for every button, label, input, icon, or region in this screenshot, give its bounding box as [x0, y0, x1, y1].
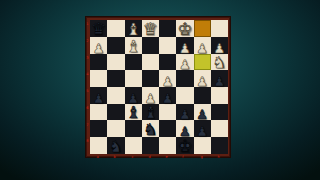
square-a5[interactable]: ♟ [90, 87, 107, 104]
square-a2[interactable]: ♟ [90, 37, 107, 54]
black-pawn-f6[interactable]: ♟ [179, 108, 191, 121]
rank-label-8: 8 [86, 139, 89, 143]
black-bishop-c6[interactable]: ♝ [126, 105, 140, 121]
square-g8[interactable] [194, 137, 211, 154]
black-knight-d7[interactable]: ♞ [143, 122, 157, 138]
square-d2[interactable] [142, 37, 159, 54]
board-grid: ♛♝♛♚♟♝♟♟♟♟♞♟♟♟♟♟♟♟♝♝♟♟♞♟♟♞♚ [90, 20, 228, 154]
rank-label-2: 2 [86, 38, 89, 42]
file-label-c: c [131, 155, 133, 158]
square-a4[interactable] [90, 70, 107, 87]
square-a1[interactable]: ♛ [90, 20, 107, 37]
square-d8[interactable] [142, 137, 159, 154]
square-b5[interactable] [107, 87, 124, 104]
file-label-b: b [114, 155, 116, 158]
file-label-g: g [200, 155, 202, 158]
square-a6[interactable] [90, 104, 107, 121]
square-h6[interactable] [211, 104, 228, 121]
black-pawn-g6[interactable]: ♟ [196, 108, 208, 121]
square-c3[interactable] [125, 54, 142, 71]
square-g4[interactable]: ♟ [194, 70, 211, 87]
square-h1[interactable] [211, 20, 228, 37]
black-pawn-h4[interactable]: ♟ [214, 75, 226, 88]
black-pawn-a5[interactable]: ♟ [93, 92, 105, 105]
square-c7[interactable] [125, 120, 142, 137]
black-pawn-e5[interactable]: ♟ [162, 92, 174, 105]
square-a3[interactable] [90, 54, 107, 71]
square-e1[interactable] [159, 20, 176, 37]
white-bishop-c2[interactable]: ♝ [126, 39, 140, 55]
black-bishop-d6[interactable]: ♝ [143, 105, 157, 121]
square-b1[interactable] [107, 20, 124, 37]
rank-label-7: 7 [86, 122, 89, 126]
square-f6[interactable]: ♟ [176, 104, 193, 121]
square-g1-last-move-from[interactable] [194, 20, 211, 37]
square-c1[interactable]: ♝ [125, 20, 142, 37]
square-b3[interactable] [107, 54, 124, 71]
square-g7[interactable]: ♟ [194, 120, 211, 137]
square-c2[interactable]: ♝ [125, 37, 142, 54]
square-e6[interactable] [159, 104, 176, 121]
white-pawn-f3[interactable]: ♟ [179, 58, 191, 71]
square-h7[interactable] [211, 120, 228, 137]
square-f1[interactable]: ♚ [176, 20, 193, 37]
rank-label-3: 3 [86, 55, 89, 59]
square-f5[interactable] [176, 87, 193, 104]
square-f8[interactable]: ♚ [176, 137, 193, 154]
rank-label-4: 4 [86, 72, 89, 76]
white-pawn-e4[interactable]: ♟ [162, 75, 174, 88]
square-c4[interactable] [125, 70, 142, 87]
square-f4[interactable] [176, 70, 193, 87]
square-b7[interactable] [107, 120, 124, 137]
square-h4[interactable]: ♟ [211, 70, 228, 87]
square-h5[interactable] [211, 87, 228, 104]
square-g6[interactable]: ♟ [194, 104, 211, 121]
black-king-f8[interactable]: ♚ [177, 138, 192, 155]
rank-label-5: 5 [86, 89, 89, 93]
square-h8[interactable] [211, 137, 228, 154]
white-pawn-a2[interactable]: ♟ [93, 42, 105, 55]
chess-board: ♛♝♛♚♟♝♟♟♟♟♞♟♟♟♟♟♟♟♝♝♟♟♞♟♟♞♚ 12345678abcd… [86, 17, 230, 157]
square-d6[interactable]: ♝ [142, 104, 159, 121]
square-e4[interactable]: ♟ [159, 70, 176, 87]
square-e3[interactable] [159, 54, 176, 71]
square-e2[interactable] [159, 37, 176, 54]
file-label-h: h [217, 155, 219, 158]
black-pawn-g7[interactable]: ♟ [196, 125, 208, 138]
rank-label-6: 6 [86, 105, 89, 109]
square-b4[interactable] [107, 70, 124, 87]
white-pawn-g4[interactable]: ♟ [196, 75, 208, 88]
square-c8[interactable] [125, 137, 142, 154]
white-knight-h3[interactable]: ♞ [212, 55, 226, 71]
square-e8[interactable] [159, 137, 176, 154]
square-b2[interactable] [107, 37, 124, 54]
white-pawn-g2[interactable]: ♟ [196, 42, 208, 55]
square-a7[interactable] [90, 120, 107, 137]
square-d1[interactable]: ♛ [142, 20, 159, 37]
square-c5[interactable]: ♟ [125, 87, 142, 104]
square-f2[interactable]: ♟ [176, 37, 193, 54]
file-label-e: e [165, 155, 167, 158]
square-d7[interactable]: ♞ [142, 120, 159, 137]
square-d5[interactable]: ♟ [142, 87, 159, 104]
square-a8[interactable] [90, 137, 107, 154]
square-e5[interactable]: ♟ [159, 87, 176, 104]
square-h3[interactable]: ♞ [211, 54, 228, 71]
square-d3[interactable] [142, 54, 159, 71]
file-label-a: a [96, 155, 98, 158]
white-queen-d1[interactable]: ♛ [143, 21, 158, 38]
white-pawn-f2[interactable]: ♟ [179, 42, 191, 55]
square-e7[interactable] [159, 120, 176, 137]
square-b6[interactable] [107, 104, 124, 121]
black-queen-a1[interactable]: ♛ [91, 21, 106, 38]
file-label-d: d [148, 155, 150, 158]
black-knight-b8[interactable]: ♞ [109, 139, 123, 155]
file-label-f: f [182, 155, 183, 158]
white-king-f1[interactable]: ♚ [177, 21, 192, 38]
square-f7[interactable]: ♟ [176, 120, 193, 137]
square-f3[interactable]: ♟ [176, 54, 193, 71]
square-b8[interactable]: ♞ [107, 137, 124, 154]
white-bishop-c1[interactable]: ♝ [126, 22, 140, 38]
square-g3-last-move-to[interactable] [194, 54, 211, 71]
square-h2[interactable]: ♟ [211, 37, 228, 54]
square-c6[interactable]: ♝ [125, 104, 142, 121]
square-g5[interactable] [194, 87, 211, 104]
rank-label-1: 1 [86, 22, 89, 26]
square-g2[interactable]: ♟ [194, 37, 211, 54]
square-d4[interactable] [142, 70, 159, 87]
